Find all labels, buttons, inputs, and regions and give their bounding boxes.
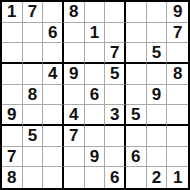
given-cell-r4c9: 8 (167, 64, 188, 85)
given-cell-r8c7: 6 (126, 147, 147, 168)
given-cell-r1c1: 1 (2, 2, 23, 23)
empty-cell-r2c1[interactable] (2, 23, 23, 44)
empty-cell-r5c4[interactable] (64, 85, 85, 106)
given-cell-r3c6: 7 (105, 43, 126, 64)
empty-cell-r5c9[interactable] (167, 85, 188, 106)
empty-cell-r1c7[interactable] (126, 2, 147, 23)
empty-cell-r4c7[interactable] (126, 64, 147, 85)
empty-cell-r7c3[interactable] (43, 126, 64, 147)
empty-cell-r6c2[interactable] (23, 105, 44, 126)
empty-cell-r8c2[interactable] (23, 147, 44, 168)
empty-cell-r2c2[interactable] (23, 23, 44, 44)
given-cell-r9c1: 8 (2, 167, 23, 188)
empty-cell-r1c5[interactable] (85, 2, 106, 23)
given-cell-r5c2: 8 (23, 85, 44, 106)
given-cell-r4c6: 5 (105, 64, 126, 85)
empty-cell-r5c6[interactable] (105, 85, 126, 106)
empty-cell-r4c5[interactable] (85, 64, 106, 85)
given-cell-r5c5: 6 (85, 85, 106, 106)
empty-cell-r6c3[interactable] (43, 105, 64, 126)
given-cell-r8c5: 9 (85, 147, 106, 168)
given-cell-r2c9: 7 (167, 23, 188, 44)
empty-cell-r9c7[interactable] (126, 167, 147, 188)
empty-cell-r8c6[interactable] (105, 147, 126, 168)
empty-cell-r2c4[interactable] (64, 23, 85, 44)
given-cell-r6c4: 4 (64, 105, 85, 126)
given-cell-r1c2: 7 (23, 2, 44, 23)
empty-cell-r9c4[interactable] (64, 167, 85, 188)
given-cell-r8c1: 7 (2, 147, 23, 168)
empty-cell-r6c8[interactable] (147, 105, 168, 126)
empty-cell-r8c8[interactable] (147, 147, 168, 168)
empty-cell-r7c7[interactable] (126, 126, 147, 147)
given-cell-r5c8: 9 (147, 85, 168, 106)
empty-cell-r3c2[interactable] (23, 43, 44, 64)
empty-cell-r2c8[interactable] (147, 23, 168, 44)
empty-cell-r9c5[interactable] (85, 167, 106, 188)
given-cell-r2c5: 1 (85, 23, 106, 44)
empty-cell-r7c8[interactable] (147, 126, 168, 147)
empty-cell-r3c7[interactable] (126, 43, 147, 64)
given-cell-r3c8: 5 (147, 43, 168, 64)
empty-cell-r8c9[interactable] (167, 147, 188, 168)
empty-cell-r6c9[interactable] (167, 105, 188, 126)
empty-cell-r3c3[interactable] (43, 43, 64, 64)
empty-cell-r5c1[interactable] (2, 85, 23, 106)
empty-cell-r1c8[interactable] (147, 2, 168, 23)
empty-cell-r1c3[interactable] (43, 2, 64, 23)
given-cell-r9c8: 2 (147, 167, 168, 188)
empty-cell-r4c8[interactable] (147, 64, 168, 85)
empty-cell-r1c6[interactable] (105, 2, 126, 23)
given-cell-r9c6: 6 (105, 167, 126, 188)
empty-cell-r2c6[interactable] (105, 23, 126, 44)
given-cell-r7c4: 7 (64, 126, 85, 147)
empty-cell-r2c7[interactable] (126, 23, 147, 44)
given-cell-r7c2: 5 (23, 126, 44, 147)
empty-cell-r9c2[interactable] (23, 167, 44, 188)
empty-cell-r4c1[interactable] (2, 64, 23, 85)
empty-cell-r3c1[interactable] (2, 43, 23, 64)
given-cell-r2c3: 6 (43, 23, 64, 44)
empty-cell-r3c9[interactable] (167, 43, 188, 64)
given-cell-r6c6: 3 (105, 105, 126, 126)
given-cell-r6c7: 5 (126, 105, 147, 126)
given-cell-r9c9: 1 (167, 167, 188, 188)
empty-cell-r7c9[interactable] (167, 126, 188, 147)
empty-cell-r8c4[interactable] (64, 147, 85, 168)
given-cell-r6c1: 9 (2, 105, 23, 126)
given-cell-r4c4: 9 (64, 64, 85, 85)
empty-cell-r3c4[interactable] (64, 43, 85, 64)
empty-cell-r7c1[interactable] (2, 126, 23, 147)
given-cell-r4c3: 4 (43, 64, 64, 85)
empty-cell-r7c6[interactable] (105, 126, 126, 147)
empty-cell-r4c2[interactable] (23, 64, 44, 85)
given-cell-r1c9: 9 (167, 2, 188, 23)
given-cell-r1c4: 8 (64, 2, 85, 23)
empty-cell-r6c5[interactable] (85, 105, 106, 126)
empty-cell-r9c3[interactable] (43, 167, 64, 188)
empty-cell-r7c5[interactable] (85, 126, 106, 147)
empty-cell-r3c5[interactable] (85, 43, 106, 64)
sudoku-board: 17896177549588699435577968621 (0, 0, 190, 190)
empty-cell-r5c7[interactable] (126, 85, 147, 106)
empty-cell-r5c3[interactable] (43, 85, 64, 106)
empty-cell-r8c3[interactable] (43, 147, 64, 168)
